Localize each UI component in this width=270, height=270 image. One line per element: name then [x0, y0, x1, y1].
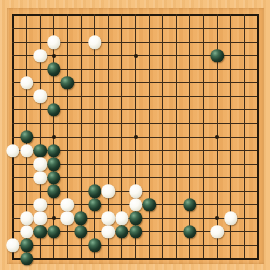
white-stone	[102, 185, 115, 198]
white-stone	[129, 198, 142, 211]
grid-line-horizontal	[12, 258, 259, 260]
black-stone	[115, 225, 128, 238]
black-stone	[47, 63, 60, 76]
white-stone	[210, 225, 223, 238]
black-stone	[20, 130, 33, 143]
white-stone	[6, 144, 19, 157]
black-stone	[74, 212, 87, 225]
white-stone	[34, 212, 47, 225]
star-point	[215, 135, 219, 139]
white-stone	[47, 35, 60, 48]
black-stone	[47, 185, 60, 198]
grid-line-vertical	[149, 14, 150, 259]
black-stone	[61, 76, 74, 89]
black-stone	[74, 225, 87, 238]
black-stone	[47, 103, 60, 116]
black-stone	[129, 212, 142, 225]
star-point	[134, 54, 138, 58]
black-stone	[88, 239, 101, 252]
grid-line-vertical	[244, 14, 245, 259]
white-stone	[34, 171, 47, 184]
white-stone	[34, 49, 47, 62]
black-stone	[47, 225, 60, 238]
grid-line-vertical	[189, 14, 190, 259]
go-app-window	[0, 0, 270, 270]
black-stone	[20, 252, 33, 265]
black-stone	[210, 49, 223, 62]
black-stone	[129, 225, 142, 238]
black-stone	[88, 198, 101, 211]
black-stone	[47, 171, 60, 184]
black-stone	[34, 225, 47, 238]
go-board-grid[interactable]	[13, 15, 258, 259]
grid-line-vertical	[162, 14, 163, 259]
white-stone	[20, 144, 33, 157]
go-board-frame	[7, 8, 264, 264]
white-stone	[20, 225, 33, 238]
black-stone	[34, 144, 47, 157]
white-stone	[102, 212, 115, 225]
star-point	[215, 216, 219, 220]
grid-line-vertical	[203, 14, 204, 259]
star-point	[134, 135, 138, 139]
star-point	[52, 135, 56, 139]
black-stone	[47, 157, 60, 170]
white-stone	[115, 212, 128, 225]
grid-line-horizontal	[12, 245, 258, 246]
white-stone	[88, 35, 101, 48]
black-stone	[183, 225, 196, 238]
white-stone	[20, 212, 33, 225]
grid-line-vertical	[176, 14, 177, 259]
white-stone	[20, 76, 33, 89]
white-stone	[129, 185, 142, 198]
white-stone	[34, 198, 47, 211]
white-stone	[102, 225, 115, 238]
black-stone	[47, 144, 60, 157]
star-point	[52, 216, 56, 220]
black-stone	[183, 198, 196, 211]
white-stone	[6, 239, 19, 252]
white-stone	[34, 157, 47, 170]
grid-line-vertical	[257, 14, 259, 260]
black-stone	[88, 185, 101, 198]
white-stone	[224, 212, 237, 225]
star-point	[52, 54, 56, 58]
white-stone	[61, 198, 74, 211]
black-stone	[20, 239, 33, 252]
white-stone	[34, 90, 47, 103]
white-stone	[61, 212, 74, 225]
black-stone	[142, 198, 155, 211]
